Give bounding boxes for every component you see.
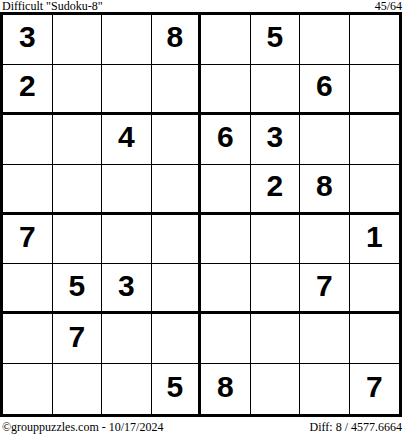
page-header: Difficult "Sudoku-8" 45/64 (2, 0, 402, 12)
cell-r8c3 (102, 364, 152, 414)
cell-r5c4 (152, 215, 202, 265)
cell-r1c8 (350, 15, 400, 65)
cell-r3c7 (300, 115, 350, 165)
cell-r8c2 (53, 364, 103, 414)
cell-r7c1 (3, 314, 53, 364)
cell-r5c1: 7 (3, 215, 53, 265)
cell-r2c2 (53, 65, 103, 115)
cell-r7c5 (201, 314, 251, 364)
cell-r8c7 (300, 364, 350, 414)
cell-r4c5 (201, 165, 251, 215)
cell-r3c1 (3, 115, 53, 165)
cell-r3c2 (53, 115, 103, 165)
cell-r6c1 (3, 264, 53, 314)
cell-r3c5: 6 (201, 115, 251, 165)
cell-r8c1 (3, 364, 53, 414)
cell-r2c1: 2 (3, 65, 53, 115)
cell-r6c8 (350, 264, 400, 314)
cell-r8c6 (251, 364, 301, 414)
cell-r8c8: 7 (350, 364, 400, 414)
cell-r1c5 (201, 15, 251, 65)
cell-r5c6 (251, 215, 301, 265)
cell-r3c4 (152, 115, 202, 165)
cell-r1c4: 8 (152, 15, 202, 65)
sudoku-board: 3852646328715377587 (0, 12, 402, 417)
cell-r8c5: 8 (201, 364, 251, 414)
cell-r5c3 (102, 215, 152, 265)
cell-r3c6: 3 (251, 115, 301, 165)
cell-r6c4 (152, 264, 202, 314)
cell-r7c2: 7 (53, 314, 103, 364)
cell-r1c7 (300, 15, 350, 65)
cell-r5c7 (300, 215, 350, 265)
cell-r2c5 (201, 65, 251, 115)
cell-r4c6: 2 (251, 165, 301, 215)
cell-r4c4 (152, 165, 202, 215)
cell-r5c2 (53, 215, 103, 265)
copyright-notice: ©grouppuzzles.com - 10/17/2024 (2, 421, 163, 433)
cell-r5c8: 1 (350, 215, 400, 265)
cell-r6c6 (251, 264, 301, 314)
empty-cell-counter: 45/64 (375, 0, 402, 12)
cell-r3c3: 4 (102, 115, 152, 165)
cell-r7c3 (102, 314, 152, 364)
cell-r4c8 (350, 165, 400, 215)
puzzle-page: Difficult "Sudoku-8" 45/64 3852646328715… (0, 0, 403, 437)
cell-r8c4: 5 (152, 364, 202, 414)
cell-r6c5 (201, 264, 251, 314)
cell-r2c7: 6 (300, 65, 350, 115)
cell-r1c6: 5 (251, 15, 301, 65)
cell-r7c8 (350, 314, 400, 364)
cell-r1c3 (102, 15, 152, 65)
cell-r7c7 (300, 314, 350, 364)
cell-r2c4 (152, 65, 202, 115)
cell-r1c2 (53, 15, 103, 65)
cell-r6c3: 3 (102, 264, 152, 314)
cell-r2c6 (251, 65, 301, 115)
cell-r1c1: 3 (3, 15, 53, 65)
cell-r4c1 (3, 165, 53, 215)
cell-r2c3 (102, 65, 152, 115)
cell-r4c7: 8 (300, 165, 350, 215)
cell-r4c3 (102, 165, 152, 215)
cell-r4c2 (53, 165, 103, 215)
puzzle-title: Difficult "Sudoku-8" (2, 0, 103, 12)
difficulty-rating: Diff: 8 / 4577.6664 (310, 421, 402, 433)
cell-r7c6 (251, 314, 301, 364)
cell-r7c4 (152, 314, 202, 364)
cell-r6c7: 7 (300, 264, 350, 314)
cell-r3c8 (350, 115, 400, 165)
cell-r2c8 (350, 65, 400, 115)
cell-r6c2: 5 (53, 264, 103, 314)
cell-r5c5 (201, 215, 251, 265)
page-footer: ©grouppuzzles.com - 10/17/2024 Diff: 8 /… (2, 421, 402, 433)
